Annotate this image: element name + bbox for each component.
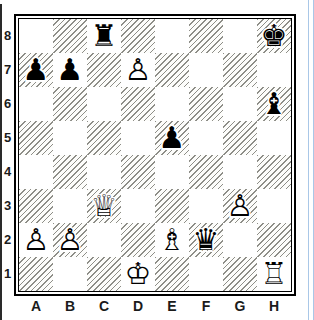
square-e1[interactable] [155,257,189,291]
square-a7[interactable]: ♟ [19,53,53,87]
square-d3[interactable] [121,189,155,223]
black-rook-glyph: ♜ [87,19,121,53]
square-d7[interactable]: ♟♙ [121,53,155,87]
file-label-d: D [121,298,155,314]
square-b6[interactable] [53,87,87,121]
file-label-f: F [189,298,223,314]
square-c2[interactable] [87,223,121,257]
piece-white-pawn[interactable]: ♟♙ [223,189,257,223]
black-pawn-glyph: ♟ [53,53,87,87]
square-d5[interactable] [121,121,155,155]
file-label-e: E [155,298,189,314]
rank-label-4: 4 [2,155,13,189]
square-e4[interactable] [155,155,189,189]
square-e7[interactable] [155,53,189,87]
square-g4[interactable] [223,155,257,189]
square-b5[interactable] [53,121,87,155]
square-a5[interactable] [19,121,53,155]
square-b2[interactable]: ♟♙ [53,223,87,257]
piece-white-king[interactable]: ♚♔ [121,257,155,291]
square-g6[interactable] [223,87,257,121]
board-frame: ♜♚♟♟♟♙♝♟♛♕♟♙♟♙♟♙♝♗♛♚♔♜♖ [14,14,296,296]
square-b3[interactable] [53,189,87,223]
piece-black-queen[interactable]: ♛ [189,223,223,257]
rank-label-5: 5 [2,121,13,155]
white-pawn-outline: ♙ [121,53,155,87]
rank-labels: 87654321 [2,19,13,291]
white-queen-outline: ♕ [87,189,121,223]
square-e8[interactable] [155,19,189,53]
image-right-edge-border [308,0,314,320]
square-c7[interactable] [87,53,121,87]
square-d8[interactable] [121,19,155,53]
piece-white-pawn[interactable]: ♟♙ [121,53,155,87]
rank-label-3: 3 [2,189,13,223]
square-d2[interactable] [121,223,155,257]
piece-black-king[interactable]: ♚ [257,19,291,53]
square-f4[interactable] [189,155,223,189]
white-rook-outline: ♖ [257,257,291,291]
piece-white-pawn[interactable]: ♟♙ [53,223,87,257]
square-g2[interactable] [223,223,257,257]
square-g3[interactable]: ♟♙ [223,189,257,223]
square-h8[interactable]: ♚ [257,19,291,53]
square-f7[interactable] [189,53,223,87]
white-bishop-outline: ♗ [155,223,189,257]
square-c6[interactable] [87,87,121,121]
square-f5[interactable] [189,121,223,155]
rank-label-2: 2 [2,223,13,257]
square-d6[interactable] [121,87,155,121]
black-queen-glyph: ♛ [189,223,223,257]
white-pawn-outline: ♙ [53,223,87,257]
file-labels: ABCDEFGH [19,298,291,314]
rank-label-8: 8 [2,19,13,53]
square-e2[interactable]: ♝♗ [155,223,189,257]
black-king-glyph: ♚ [257,19,291,53]
piece-black-pawn[interactable]: ♟ [53,53,87,87]
square-c5[interactable] [87,121,121,155]
square-a3[interactable] [19,189,53,223]
board-inner-frame: ♜♚♟♟♟♙♝♟♛♕♟♙♟♙♟♙♝♗♛♚♔♜♖ [18,18,292,292]
square-h2[interactable] [257,223,291,257]
square-b8[interactable] [53,19,87,53]
square-a8[interactable] [19,19,53,53]
rank-label-6: 6 [2,87,13,121]
black-pawn-glyph: ♟ [155,121,189,155]
square-g5[interactable] [223,121,257,155]
file-label-b: B [53,298,87,314]
file-label-a: A [19,298,53,314]
black-bishop-glyph: ♝ [257,87,291,121]
square-h3[interactable] [257,189,291,223]
square-f1[interactable] [189,257,223,291]
square-f6[interactable] [189,87,223,121]
square-e6[interactable] [155,87,189,121]
piece-black-pawn[interactable]: ♟ [155,121,189,155]
square-g7[interactable] [223,53,257,87]
square-d1[interactable]: ♚♔ [121,257,155,291]
white-king-outline: ♔ [121,257,155,291]
square-g1[interactable] [223,257,257,291]
square-f3[interactable] [189,189,223,223]
square-h6[interactable]: ♝ [257,87,291,121]
square-f8[interactable] [189,19,223,53]
rank-label-1: 1 [2,257,13,291]
piece-black-rook[interactable]: ♜ [87,19,121,53]
white-pawn-outline: ♙ [223,189,257,223]
piece-black-pawn[interactable]: ♟ [19,53,53,87]
square-e3[interactable] [155,189,189,223]
square-c1[interactable] [87,257,121,291]
piece-white-queen[interactable]: ♛♕ [87,189,121,223]
square-e5[interactable]: ♟ [155,121,189,155]
square-a6[interactable] [19,87,53,121]
square-h5[interactable] [257,121,291,155]
piece-white-bishop[interactable]: ♝♗ [155,223,189,257]
square-a4[interactable] [19,155,53,189]
rank-label-7: 7 [2,53,13,87]
square-d4[interactable] [121,155,155,189]
white-pawn-outline: ♙ [19,223,53,257]
chess-diagram: 87654321 ♜♚♟♟♟♙♝♟♛♕♟♙♟♙♟♙♝♗♛♚♔♜♖ ABCDEFG… [0,0,314,320]
square-c4[interactable] [87,155,121,189]
square-f2[interactable]: ♛ [189,223,223,257]
square-b7[interactable]: ♟ [53,53,87,87]
square-c8[interactable]: ♜ [87,19,121,53]
square-b4[interactable] [53,155,87,189]
square-h4[interactable] [257,155,291,189]
square-h7[interactable] [257,53,291,87]
piece-white-pawn[interactable]: ♟♙ [19,223,53,257]
square-b1[interactable] [53,257,87,291]
board: ♜♚♟♟♟♙♝♟♛♕♟♙♟♙♟♙♝♗♛♚♔♜♖ [19,19,291,291]
black-pawn-glyph: ♟ [19,53,53,87]
square-a2[interactable]: ♟♙ [19,223,53,257]
square-g8[interactable] [223,19,257,53]
file-label-h: H [257,298,291,314]
file-label-g: G [223,298,257,314]
piece-black-bishop[interactable]: ♝ [257,87,291,121]
file-label-c: C [87,298,121,314]
square-h1[interactable]: ♜♖ [257,257,291,291]
square-c3[interactable]: ♛♕ [87,189,121,223]
square-a1[interactable] [19,257,53,291]
piece-white-rook[interactable]: ♜♖ [257,257,291,291]
